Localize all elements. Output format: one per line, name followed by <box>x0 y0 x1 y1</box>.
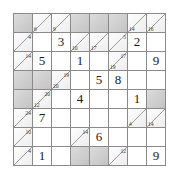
across-clue-number: 4 <box>28 148 31 154</box>
empty-answer-cell[interactable] <box>128 52 147 71</box>
clue-cell: 10 <box>71 33 90 52</box>
empty-answer-cell[interactable] <box>52 128 71 147</box>
given-digit-cell[interactable]: 5 <box>90 71 109 90</box>
clue-cell: 24 <box>14 109 33 128</box>
down-clue-number: 10 <box>72 45 78 51</box>
given-digit-cell[interactable]: 9 <box>147 147 166 166</box>
empty-answer-cell[interactable] <box>109 109 128 128</box>
empty-answer-cell[interactable] <box>109 128 128 147</box>
across-clue-number: 24 <box>26 110 32 116</box>
clue-cell: 4 <box>14 147 33 166</box>
given-digit-cell[interactable]: 6 <box>90 128 109 147</box>
empty-answer-cell[interactable] <box>147 128 166 147</box>
across-clue-number: 14 <box>26 53 32 59</box>
down-clue-number: 19 <box>110 64 116 70</box>
given-digit-cell[interactable]: 4 <box>71 90 90 109</box>
given-digit-cell[interactable]: 7 <box>33 109 52 128</box>
block-cell <box>90 147 109 166</box>
given-digit-cell[interactable]: 5 <box>33 52 52 71</box>
empty-answer-cell[interactable] <box>90 90 109 109</box>
empty-answer-cell[interactable] <box>52 90 71 109</box>
down-clue-number: 14 <box>148 121 154 127</box>
empty-answer-cell[interactable] <box>90 109 109 128</box>
block-cell <box>71 147 90 166</box>
empty-answer-cell[interactable] <box>147 71 166 90</box>
across-clue-number: 10 <box>26 129 32 135</box>
cell-value: 9 <box>147 147 165 165</box>
across-clue-number: 17 <box>121 53 127 59</box>
across-clue-number: 12 <box>121 148 127 154</box>
cell-value: 9 <box>147 52 165 70</box>
given-digit-cell[interactable]: 1 <box>33 147 52 166</box>
empty-answer-cell[interactable] <box>52 147 71 166</box>
across-clue-number: 5 <box>123 34 126 40</box>
block-cell <box>33 71 52 90</box>
given-digit-cell[interactable]: 9 <box>147 52 166 71</box>
empty-answer-cell[interactable] <box>109 90 128 109</box>
block-cell <box>14 90 33 109</box>
clue-cell: 6 <box>33 14 52 33</box>
block-cell <box>71 14 90 33</box>
clue-cell: 17 <box>90 33 109 52</box>
cell-value: 8 <box>109 71 127 89</box>
given-digit-cell[interactable]: 2 <box>128 33 147 52</box>
down-clue-number: 4 <box>129 121 132 127</box>
clue-cell: 14 <box>147 109 166 128</box>
cell-value: 7 <box>33 109 51 127</box>
cell-value: 5 <box>33 52 51 70</box>
given-digit-cell[interactable]: 3 <box>52 33 71 52</box>
down-clue-number: 16 <box>148 26 154 32</box>
kakuro-board: 6914164310175214511719919205820124124741… <box>13 13 166 166</box>
empty-answer-cell[interactable] <box>128 128 147 147</box>
clue-cell: 5 <box>109 33 128 52</box>
empty-answer-cell[interactable] <box>90 52 109 71</box>
block-cell <box>109 14 128 33</box>
down-clue-number: 20 <box>53 83 59 89</box>
given-digit-cell[interactable]: 8 <box>109 71 128 90</box>
cell-value: 5 <box>90 71 108 89</box>
clue-cell: 4 <box>14 33 33 52</box>
empty-answer-cell[interactable] <box>71 71 90 90</box>
down-clue-number: 17 <box>91 45 97 51</box>
cell-value: 1 <box>71 52 89 70</box>
cell-value: 4 <box>71 90 89 108</box>
empty-answer-cell[interactable] <box>33 33 52 52</box>
empty-answer-cell[interactable] <box>52 52 71 71</box>
down-clue-number: 12 <box>34 102 40 108</box>
across-clue-number: 4 <box>28 34 31 40</box>
block-cell <box>147 90 166 109</box>
block-cell <box>90 14 109 33</box>
cell-value: 6 <box>90 128 108 146</box>
cell-value: 2 <box>128 33 146 51</box>
clue-cell: 10 <box>14 128 33 147</box>
down-clue-number: 6 <box>34 26 37 32</box>
down-clue-number: 9 <box>53 26 56 32</box>
given-digit-cell[interactable]: 1 <box>71 52 90 71</box>
clue-cell: 12 <box>109 147 128 166</box>
empty-answer-cell[interactable] <box>52 109 71 128</box>
empty-answer-cell[interactable] <box>128 147 147 166</box>
clue-cell: 2012 <box>33 90 52 109</box>
cell-value: 1 <box>33 147 51 165</box>
clue-cell: 9 <box>52 14 71 33</box>
empty-answer-cell[interactable] <box>128 71 147 90</box>
block-cell <box>14 14 33 33</box>
empty-answer-cell[interactable] <box>33 128 52 147</box>
across-clue-number: 14 <box>83 129 89 135</box>
across-clue-number: 20 <box>45 91 51 97</box>
clue-cell: 14 <box>128 14 147 33</box>
cell-value: 1 <box>128 90 146 108</box>
across-clue-number: 19 <box>64 72 70 78</box>
given-digit-cell[interactable]: 1 <box>128 90 147 109</box>
block-cell <box>14 71 33 90</box>
clue-cell: 4 <box>128 109 147 128</box>
down-clue-number: 14 <box>129 26 135 32</box>
empty-answer-cell[interactable] <box>147 33 166 52</box>
clue-cell: 1920 <box>52 71 71 90</box>
clue-cell: 14 <box>14 52 33 71</box>
clue-cell: 14 <box>71 128 90 147</box>
empty-answer-cell[interactable] <box>71 109 90 128</box>
clue-cell: 1719 <box>109 52 128 71</box>
cell-value: 3 <box>52 33 70 51</box>
clue-cell: 16 <box>147 14 166 33</box>
